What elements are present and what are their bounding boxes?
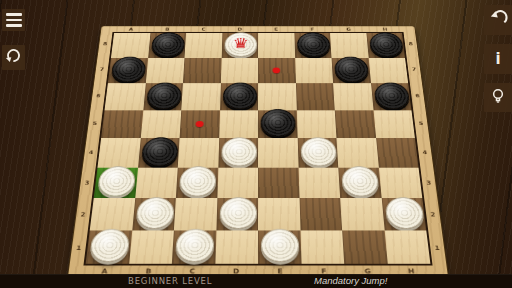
square-b5[interactable] xyxy=(140,110,181,138)
piece-black-man[interactable] xyxy=(334,57,369,82)
coordinate-label: D xyxy=(222,27,258,32)
level-label: BEGINNER LEVEL xyxy=(128,276,212,286)
hamburger-icon xyxy=(6,13,22,27)
square-h3[interactable] xyxy=(378,167,422,198)
square-a6[interactable] xyxy=(105,83,146,110)
piece-black-man[interactable] xyxy=(151,32,185,56)
square-f1[interactable] xyxy=(300,230,344,264)
square-a7[interactable] xyxy=(108,58,148,84)
square-g4[interactable] xyxy=(336,138,378,167)
lightbulb-icon xyxy=(488,86,508,110)
square-a1[interactable] xyxy=(86,230,132,264)
piece-white-man[interactable] xyxy=(261,229,300,262)
coordinate-label: 5 xyxy=(413,110,429,138)
square-g3[interactable] xyxy=(338,167,381,198)
status-message: Mandatory Jump! xyxy=(314,275,387,286)
square-a8[interactable] xyxy=(111,33,150,58)
piece-white-man[interactable] xyxy=(97,166,137,196)
board-frame: ABCDEFGH 87654321 ♛ 87654321 ABCDEFGH xyxy=(68,26,448,277)
checkers-board: ABCDEFGH 87654321 ♛ 87654321 ABCDEFGH xyxy=(68,26,448,277)
square-g1[interactable] xyxy=(342,230,387,264)
square-e6[interactable] xyxy=(258,83,296,110)
hint-button[interactable] xyxy=(484,83,512,112)
coordinate-label: H xyxy=(367,27,404,32)
king-crown-icon: ♛ xyxy=(232,37,249,51)
square-g8[interactable] xyxy=(330,33,368,58)
coordinate-label: 4 xyxy=(417,138,434,168)
piece-white-man[interactable] xyxy=(384,197,425,229)
square-f2[interactable] xyxy=(299,198,342,230)
square-d3[interactable] xyxy=(217,167,258,198)
square-a3[interactable] xyxy=(94,167,138,198)
square-e7[interactable] xyxy=(258,58,296,84)
square-e3[interactable] xyxy=(258,167,299,198)
square-c4[interactable] xyxy=(178,138,219,167)
piece-white-man[interactable] xyxy=(89,229,131,262)
square-c8[interactable] xyxy=(185,33,223,58)
square-e8[interactable] xyxy=(258,33,295,58)
square-g6[interactable] xyxy=(333,83,373,110)
rotate-board-button[interactable] xyxy=(2,45,25,70)
coordinate-label: 3 xyxy=(420,168,437,199)
square-f5[interactable] xyxy=(296,110,336,138)
square-e1[interactable] xyxy=(258,230,301,264)
square-g5[interactable] xyxy=(335,110,376,138)
square-h5[interactable] xyxy=(373,110,415,138)
square-c6[interactable] xyxy=(181,83,220,110)
square-f3[interactable] xyxy=(298,167,340,198)
square-c1[interactable] xyxy=(172,230,216,264)
square-c5[interactable] xyxy=(180,110,220,138)
piece-black-man[interactable] xyxy=(146,82,182,108)
square-b7[interactable] xyxy=(145,58,184,84)
undo-arrow-icon xyxy=(488,8,509,33)
piece-black-man[interactable] xyxy=(261,109,296,137)
square-b6[interactable] xyxy=(143,83,183,110)
square-e2[interactable] xyxy=(258,198,300,230)
status-bar: BEGINNER LEVEL Mandatory Jump! xyxy=(0,274,512,288)
square-c2[interactable] xyxy=(174,198,217,230)
square-d7[interactable] xyxy=(220,58,258,84)
coordinate-label: 2 xyxy=(424,199,442,232)
jump-hint-dot[interactable] xyxy=(273,67,281,73)
piece-white-king[interactable]: ♛ xyxy=(224,32,257,56)
coordinate-label: 7 xyxy=(407,57,422,83)
square-a5[interactable] xyxy=(101,110,143,138)
square-g2[interactable] xyxy=(340,198,384,230)
square-e5[interactable] xyxy=(258,110,297,138)
undo-button[interactable] xyxy=(484,5,512,35)
coordinate-label: F xyxy=(294,27,331,32)
square-h1[interactable] xyxy=(384,230,430,264)
square-e4[interactable] xyxy=(258,138,298,167)
wood-table-background: ABCDEFGH 87654321 ♛ 87654321 ABCDEFGH BE… xyxy=(0,0,512,288)
info-button[interactable]: i xyxy=(484,44,512,74)
coordinate-label: G xyxy=(330,27,367,32)
piece-white-man[interactable] xyxy=(135,197,175,229)
board-grid: ♛ xyxy=(83,32,432,266)
rotate-icon xyxy=(4,46,23,69)
piece-black-man[interactable] xyxy=(373,82,410,108)
piece-white-man[interactable] xyxy=(219,197,257,229)
piece-black-man[interactable] xyxy=(141,137,179,166)
square-g7[interactable] xyxy=(331,58,370,84)
square-h6[interactable] xyxy=(371,83,412,110)
coordinate-label: C xyxy=(185,27,222,32)
square-h2[interactable] xyxy=(381,198,426,230)
square-d6[interactable] xyxy=(220,83,258,110)
square-f8[interactable] xyxy=(294,33,332,58)
square-a4[interactable] xyxy=(98,138,141,167)
coordinate-label: 1 xyxy=(428,231,446,265)
square-c7[interactable] xyxy=(183,58,221,84)
piece-white-man[interactable] xyxy=(300,137,337,166)
square-f7[interactable] xyxy=(295,58,333,84)
square-b8[interactable] xyxy=(148,33,186,58)
piece-white-man[interactable] xyxy=(341,166,380,196)
square-b1[interactable] xyxy=(129,230,174,264)
piece-black-man[interactable] xyxy=(111,57,147,82)
square-c3[interactable] xyxy=(176,167,218,198)
coordinate-label: 8 xyxy=(403,32,418,57)
info-icon: i xyxy=(495,52,500,67)
piece-black-man[interactable] xyxy=(297,32,331,56)
square-d4[interactable] xyxy=(218,138,258,167)
coordinate-label: E xyxy=(258,27,294,32)
square-h7[interactable] xyxy=(368,58,408,84)
square-f6[interactable] xyxy=(296,83,335,110)
coordinate-label: B xyxy=(149,27,186,32)
square-f4[interactable] xyxy=(297,138,338,167)
square-h4[interactable] xyxy=(376,138,419,167)
coordinate-label: A xyxy=(113,27,150,32)
square-d2[interactable] xyxy=(216,198,258,230)
piece-white-man[interactable] xyxy=(175,229,215,262)
square-d1[interactable] xyxy=(215,230,258,264)
square-b2[interactable] xyxy=(132,198,176,230)
square-d8[interactable]: ♛ xyxy=(221,33,258,58)
jump-hint-dot[interactable] xyxy=(196,121,204,127)
menu-button[interactable] xyxy=(2,9,25,31)
square-b4[interactable] xyxy=(138,138,180,167)
square-b3[interactable] xyxy=(135,167,178,198)
square-d5[interactable] xyxy=(219,110,258,138)
coordinate-label: 6 xyxy=(410,83,426,110)
square-a2[interactable] xyxy=(90,198,135,230)
piece-white-man[interactable] xyxy=(221,137,257,166)
square-h8[interactable] xyxy=(366,33,405,58)
piece-black-man[interactable] xyxy=(223,82,257,108)
piece-white-man[interactable] xyxy=(179,166,217,196)
piece-black-man[interactable] xyxy=(369,32,404,56)
